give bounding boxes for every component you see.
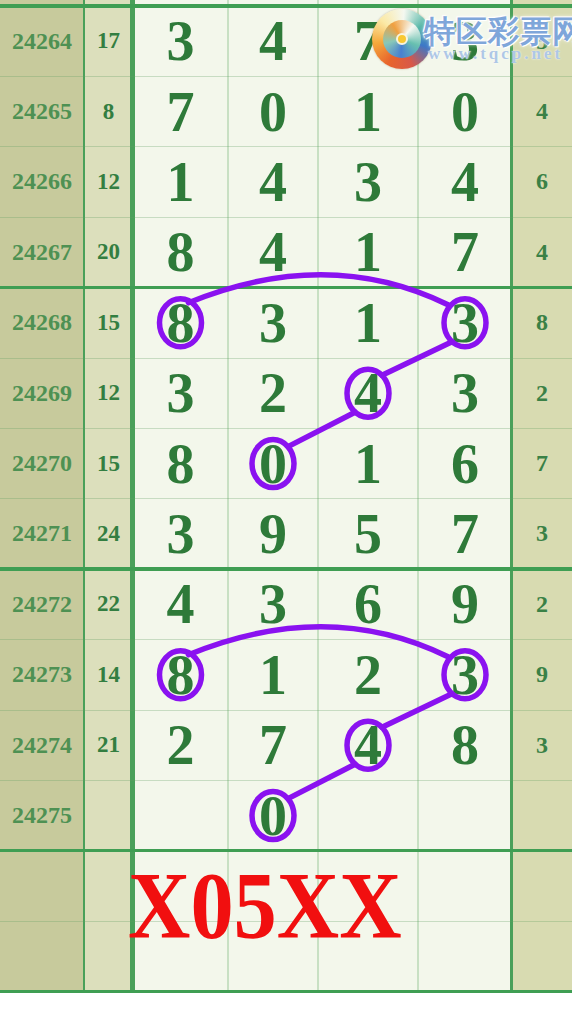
digit-cell: 3 — [418, 358, 512, 428]
row-divider-line — [0, 146, 572, 147]
digit-cell: 8 — [133, 640, 228, 710]
sum-cell: 22 — [84, 569, 133, 639]
digit-cell: 1 — [228, 640, 318, 710]
period-cell — [0, 921, 84, 991]
digit-cell — [318, 780, 418, 850]
table-row: 242672084174 — [0, 217, 572, 287]
period-cell: 24265 — [0, 76, 84, 146]
row-divider-line — [0, 780, 572, 781]
digit-cell: 4 — [228, 217, 318, 287]
digit-cell: 6 — [418, 428, 512, 498]
digit-cell: 3 — [228, 288, 318, 358]
digit-cell: 2 — [133, 710, 228, 780]
digit-cell: 9 — [228, 499, 318, 569]
group-separator-line — [0, 286, 572, 290]
period-cell: 24274 — [0, 710, 84, 780]
table-row: 24265870104 — [0, 76, 572, 146]
digit-cell — [418, 780, 512, 850]
table-row: 242641734735 — [0, 6, 572, 76]
table-row: 242722243692 — [0, 569, 572, 639]
digit-cell: 4 — [133, 569, 228, 639]
digit-cell: 7 — [318, 6, 418, 76]
digit-cell — [133, 780, 228, 850]
sum-cell: 20 — [84, 217, 133, 287]
sum-cell — [84, 780, 133, 850]
sum-cell: 15 — [84, 428, 133, 498]
sum-cell: 8 — [84, 76, 133, 146]
period-cell: 24270 — [0, 428, 84, 498]
sum-cell — [84, 921, 133, 991]
digit-cell: 4 — [228, 6, 318, 76]
group-separator-line — [0, 990, 572, 994]
digit-cell: 8 — [133, 288, 228, 358]
digit-cell — [418, 921, 512, 991]
table-row: 242701580167 — [0, 428, 572, 498]
digit-cell: 6 — [318, 569, 418, 639]
digit-cell: 4 — [318, 710, 418, 780]
period-cell: 24269 — [0, 358, 84, 428]
digit-cell: 3 — [318, 147, 418, 217]
row-divider-line — [0, 217, 572, 218]
tail-cell: 2 — [512, 569, 572, 639]
lottery-chart-page: 2426417347352426587010424266121434624267… — [0, 0, 572, 1027]
digit-cell: 3 — [418, 640, 512, 710]
digit-cell — [418, 851, 512, 921]
row-divider-line — [0, 498, 572, 499]
table-row: 242661214346 — [0, 147, 572, 217]
trend-chart-board: 2426417347352426587010424266121434624267… — [0, 0, 572, 992]
row-divider-line — [0, 428, 572, 429]
digit-cell: 1 — [318, 288, 418, 358]
digit-cell: 8 — [133, 217, 228, 287]
period-cell: 24273 — [0, 640, 84, 710]
table-row: 242681583138 — [0, 288, 572, 358]
table-row: 242742127483 — [0, 710, 572, 780]
period-cell: 24271 — [0, 499, 84, 569]
table-row: 242712439573 — [0, 499, 572, 569]
digit-cell: 4 — [228, 147, 318, 217]
digit-cell: 2 — [318, 640, 418, 710]
sum-cell: 14 — [84, 640, 133, 710]
digit-cell: 9 — [418, 569, 512, 639]
sum-cell: 15 — [84, 288, 133, 358]
sum-cell: 17 — [84, 6, 133, 76]
table-row: 242691232432 — [0, 358, 572, 428]
sum-cell — [84, 851, 133, 921]
digit-cell: 1 — [318, 76, 418, 146]
digit-cell: 0 — [418, 76, 512, 146]
table-row: 242731481239 — [0, 640, 572, 710]
period-cell: 24272 — [0, 569, 84, 639]
period-cell: 24268 — [0, 288, 84, 358]
tail-cell — [512, 921, 572, 991]
tail-cell: 6 — [512, 147, 572, 217]
tail-cell: 4 — [512, 76, 572, 146]
digit-cell: 0 — [228, 76, 318, 146]
prediction-text: X05XX — [128, 858, 402, 954]
digit-cell: 3 — [133, 358, 228, 428]
tail-cell — [512, 851, 572, 921]
digit-cell: 7 — [418, 499, 512, 569]
sum-cell: 12 — [84, 147, 133, 217]
row-divider-line — [0, 710, 572, 711]
digit-cell: 3 — [133, 499, 228, 569]
digit-cell: 2 — [228, 358, 318, 428]
digit-cell: 0 — [228, 428, 318, 498]
sum-cell: 12 — [84, 358, 133, 428]
row-divider-line — [0, 358, 572, 359]
sum-cell: 21 — [84, 710, 133, 780]
tail-cell — [512, 780, 572, 850]
tail-cell: 5 — [512, 6, 572, 76]
digit-cell: 3 — [418, 6, 512, 76]
digit-cell: 8 — [133, 428, 228, 498]
digit-cell: 8 — [418, 710, 512, 780]
tail-cell: 4 — [512, 217, 572, 287]
period-cell: 24264 — [0, 6, 84, 76]
tail-cell: 3 — [512, 499, 572, 569]
period-cell: 24266 — [0, 147, 84, 217]
tail-cell: 8 — [512, 288, 572, 358]
digit-cell: 7 — [228, 710, 318, 780]
group-separator-line — [0, 567, 572, 571]
row-divider-line — [0, 76, 572, 77]
tail-cell: 7 — [512, 428, 572, 498]
digit-cell: 3 — [133, 6, 228, 76]
digit-cell: 1 — [133, 147, 228, 217]
digit-cell: 1 — [318, 428, 418, 498]
sum-cell: 24 — [84, 499, 133, 569]
digit-cell: 3 — [418, 288, 512, 358]
period-cell — [0, 851, 84, 921]
tail-cell: 2 — [512, 358, 572, 428]
digit-cell: 4 — [318, 358, 418, 428]
digit-cell: 4 — [418, 147, 512, 217]
digit-cell: 7 — [133, 76, 228, 146]
tail-cell: 9 — [512, 640, 572, 710]
digit-cell: 0 — [228, 780, 318, 850]
digit-cell: 3 — [228, 569, 318, 639]
digit-cell: 1 — [318, 217, 418, 287]
row-divider-line — [0, 639, 572, 640]
group-separator-line — [0, 4, 572, 8]
digit-cell: 7 — [418, 217, 512, 287]
digit-cell: 5 — [318, 499, 418, 569]
period-cell: 24275 — [0, 780, 84, 850]
tail-cell: 3 — [512, 710, 572, 780]
period-cell: 24267 — [0, 217, 84, 287]
table-row: 242750 — [0, 780, 572, 850]
